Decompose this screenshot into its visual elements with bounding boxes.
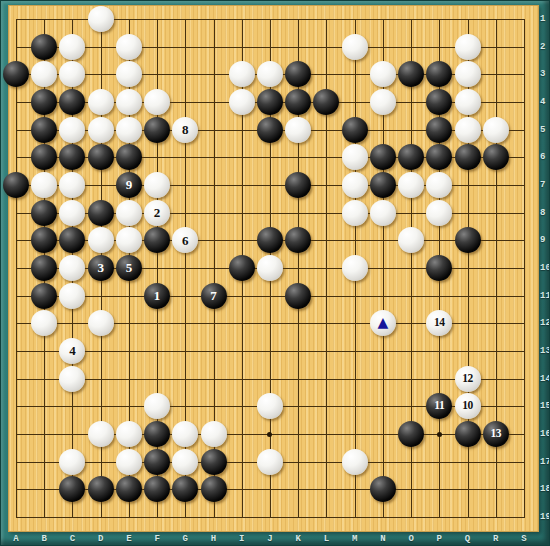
- stone-white-J15[interactable]: [257, 393, 283, 419]
- row-label-18: 18: [540, 484, 550, 494]
- triangle-marker-icon: ▲: [370, 309, 396, 335]
- row-label-9: 9: [540, 235, 545, 245]
- stone-white-E3[interactable]: [116, 61, 142, 87]
- stone-white-F4[interactable]: [144, 89, 170, 115]
- stone-black-K9[interactable]: [285, 227, 311, 253]
- stone-white-K5[interactable]: [285, 117, 311, 143]
- stone-black-B11[interactable]: [31, 283, 57, 309]
- move-number: 4: [59, 338, 85, 364]
- stone-black-F16[interactable]: [144, 421, 170, 447]
- stone-white-J17[interactable]: [257, 449, 283, 475]
- stone-black-G18[interactable]: [172, 476, 198, 502]
- column-label-O: O: [408, 534, 413, 544]
- move-number: 9: [116, 172, 142, 198]
- move-number: 1: [144, 283, 170, 309]
- stone-white-C17[interactable]: [59, 449, 85, 475]
- stone-white-F8[interactable]: 2: [144, 200, 170, 226]
- stone-white-G17[interactable]: [172, 449, 198, 475]
- stone-white-N4[interactable]: [370, 89, 396, 115]
- column-label-H: H: [211, 534, 216, 544]
- stone-white-I3[interactable]: [229, 61, 255, 87]
- stone-black-D18[interactable]: [88, 476, 114, 502]
- stone-black-H17[interactable]: [201, 449, 227, 475]
- stone-black-B10[interactable]: [31, 255, 57, 281]
- stone-white-G9[interactable]: 6: [172, 227, 198, 253]
- row-label-1: 1: [540, 14, 545, 24]
- stone-white-D5[interactable]: [88, 117, 114, 143]
- row-label-8: 8: [540, 208, 545, 218]
- stone-black-K3[interactable]: [285, 61, 311, 87]
- stone-white-Q15[interactable]: 10: [455, 393, 481, 419]
- stone-white-I4[interactable]: [229, 89, 255, 115]
- stone-black-L4[interactable]: [313, 89, 339, 115]
- move-number: 12: [455, 366, 481, 392]
- stone-black-B9[interactable]: [31, 227, 57, 253]
- column-label-G: G: [183, 534, 188, 544]
- stone-white-G5[interactable]: 8: [172, 117, 198, 143]
- row-label-6: 6: [540, 152, 545, 162]
- column-label-I: I: [239, 534, 244, 544]
- stone-white-F15[interactable]: [144, 393, 170, 419]
- row-label-13: 13: [540, 346, 550, 356]
- stone-black-B4[interactable]: [31, 89, 57, 115]
- column-label-A: A: [13, 534, 18, 544]
- stone-black-P10[interactable]: [426, 255, 452, 281]
- stone-black-H18[interactable]: [201, 476, 227, 502]
- stone-white-C14[interactable]: [59, 366, 85, 392]
- stone-black-Q9[interactable]: [455, 227, 481, 253]
- stone-white-B12[interactable]: [31, 310, 57, 336]
- stone-black-R16[interactable]: 13: [483, 421, 509, 447]
- stone-white-O9[interactable]: [398, 227, 424, 253]
- stone-black-B8[interactable]: [31, 200, 57, 226]
- stone-white-C7[interactable]: [59, 172, 85, 198]
- column-label-F: F: [154, 534, 159, 544]
- stone-black-D6[interactable]: [88, 144, 114, 170]
- stone-white-E2[interactable]: [116, 34, 142, 60]
- stone-white-E9[interactable]: [116, 227, 142, 253]
- move-number: 5: [116, 255, 142, 281]
- stone-black-I10[interactable]: [229, 255, 255, 281]
- stone-white-C3[interactable]: [59, 61, 85, 87]
- move-number: 11: [426, 393, 452, 419]
- stone-white-J10[interactable]: [257, 255, 283, 281]
- stone-black-N7[interactable]: [370, 172, 396, 198]
- stone-black-E6[interactable]: [116, 144, 142, 170]
- stone-black-E18[interactable]: [116, 476, 142, 502]
- column-label-C: C: [70, 534, 75, 544]
- row-label-19: 19: [540, 512, 550, 522]
- column-label-D: D: [98, 534, 103, 544]
- row-label-4: 4: [540, 97, 545, 107]
- stone-white-E17[interactable]: [116, 449, 142, 475]
- move-number: 14: [426, 310, 452, 336]
- stone-black-H11[interactable]: 7: [201, 283, 227, 309]
- stone-black-A3[interactable]: [3, 61, 29, 87]
- column-label-J: J: [267, 534, 272, 544]
- move-number: 6: [172, 227, 198, 253]
- stone-white-C2[interactable]: [59, 34, 85, 60]
- stone-black-F18[interactable]: [144, 476, 170, 502]
- column-label-E: E: [126, 534, 131, 544]
- stone-white-D4[interactable]: [88, 89, 114, 115]
- column-label-M: M: [352, 534, 357, 544]
- stone-white-C11[interactable]: [59, 283, 85, 309]
- stone-black-J9[interactable]: [257, 227, 283, 253]
- column-label-N: N: [380, 534, 385, 544]
- stone-black-O3[interactable]: [398, 61, 424, 87]
- stone-white-N3[interactable]: [370, 61, 396, 87]
- stone-black-C4[interactable]: [59, 89, 85, 115]
- stone-white-P12[interactable]: 14: [426, 310, 452, 336]
- stone-black-P4[interactable]: [426, 89, 452, 115]
- stone-white-D16[interactable]: [88, 421, 114, 447]
- stone-black-E7[interactable]: 9: [116, 172, 142, 198]
- move-number: 3: [88, 255, 114, 281]
- stone-black-P3[interactable]: [426, 61, 452, 87]
- stone-white-C8[interactable]: [59, 200, 85, 226]
- stone-white-J3[interactable]: [257, 61, 283, 87]
- row-label-15: 15: [540, 401, 550, 411]
- stone-white-D1[interactable]: [88, 6, 114, 32]
- stone-black-O6[interactable]: [398, 144, 424, 170]
- stone-white-Q3[interactable]: [455, 61, 481, 87]
- stone-white-M6[interactable]: [342, 144, 368, 170]
- stone-black-K11[interactable]: [285, 283, 311, 309]
- stone-white-O7[interactable]: [398, 172, 424, 198]
- stone-black-J4[interactable]: [257, 89, 283, 115]
- stone-white-H16[interactable]: [201, 421, 227, 447]
- stone-black-J5[interactable]: [257, 117, 283, 143]
- row-label-12: 12: [540, 318, 550, 328]
- column-label-S: S: [521, 534, 526, 544]
- stone-white-D9[interactable]: [88, 227, 114, 253]
- stone-white-M2[interactable]: [342, 34, 368, 60]
- stone-black-F11[interactable]: 1: [144, 283, 170, 309]
- stone-white-F7[interactable]: [144, 172, 170, 198]
- column-label-Q: Q: [465, 534, 470, 544]
- row-label-10: 10: [540, 263, 550, 273]
- row-label-16: 16: [540, 429, 550, 439]
- stone-white-M17[interactable]: [342, 449, 368, 475]
- stone-black-P5[interactable]: [426, 117, 452, 143]
- stone-white-C10[interactable]: [59, 255, 85, 281]
- stone-white-E4[interactable]: [116, 89, 142, 115]
- move-number: 8: [172, 117, 198, 143]
- stone-black-F9[interactable]: [144, 227, 170, 253]
- go-board-screenshot: 89263517▲14412111013ABCDEFGHIJKLMNOPQRS1…: [0, 0, 550, 546]
- row-label-11: 11: [540, 291, 550, 301]
- stone-white-R5[interactable]: [483, 117, 509, 143]
- stone-white-Q2[interactable]: [455, 34, 481, 60]
- row-label-5: 5: [540, 125, 545, 135]
- stone-black-B6[interactable]: [31, 144, 57, 170]
- stones-layer: 89263517▲14412111013: [2, 5, 538, 530]
- stone-white-P7[interactable]: [426, 172, 452, 198]
- stone-white-P8[interactable]: [426, 200, 452, 226]
- stone-black-F17[interactable]: [144, 449, 170, 475]
- stone-black-P15[interactable]: 11: [426, 393, 452, 419]
- stone-black-Q6[interactable]: [455, 144, 481, 170]
- row-label-2: 2: [540, 42, 545, 52]
- stone-white-C5[interactable]: [59, 117, 85, 143]
- stone-white-C13[interactable]: 4: [59, 338, 85, 364]
- stone-black-A7[interactable]: [3, 172, 29, 198]
- stone-black-P6[interactable]: [426, 144, 452, 170]
- stone-white-B7[interactable]: [31, 172, 57, 198]
- stone-black-B2[interactable]: [31, 34, 57, 60]
- stone-white-M8[interactable]: [342, 200, 368, 226]
- stone-black-D10[interactable]: 3: [88, 255, 114, 281]
- stone-black-D8[interactable]: [88, 200, 114, 226]
- column-label-R: R: [493, 534, 498, 544]
- move-number: 13: [483, 421, 509, 447]
- stone-black-Q16[interactable]: [455, 421, 481, 447]
- stone-white-G16[interactable]: [172, 421, 198, 447]
- stone-black-B5[interactable]: [31, 117, 57, 143]
- stone-white-B3[interactable]: [31, 61, 57, 87]
- stone-white-D12[interactable]: [88, 310, 114, 336]
- row-label-7: 7: [540, 180, 545, 190]
- stone-black-R6[interactable]: [483, 144, 509, 170]
- column-label-B: B: [42, 534, 47, 544]
- column-label-P: P: [437, 534, 442, 544]
- stone-black-C9[interactable]: [59, 227, 85, 253]
- stone-black-N6[interactable]: [370, 144, 396, 170]
- stone-white-Q5[interactable]: [455, 117, 481, 143]
- stone-black-E10[interactable]: 5: [116, 255, 142, 281]
- stone-black-O16[interactable]: [398, 421, 424, 447]
- stone-black-C6[interactable]: [59, 144, 85, 170]
- stone-white-M10[interactable]: [342, 255, 368, 281]
- stone-white-Q14[interactable]: 12: [455, 366, 481, 392]
- row-label-17: 17: [540, 457, 550, 467]
- stone-black-K7[interactable]: [285, 172, 311, 198]
- column-label-L: L: [324, 534, 329, 544]
- stone-white-E16[interactable]: [116, 421, 142, 447]
- row-label-14: 14: [540, 374, 550, 384]
- move-number: 10: [455, 393, 481, 419]
- stone-white-Q4[interactable]: [455, 89, 481, 115]
- column-label-K: K: [295, 534, 300, 544]
- move-number: 2: [144, 200, 170, 226]
- move-number: 7: [201, 283, 227, 309]
- stone-black-K4[interactable]: [285, 89, 311, 115]
- stone-black-F5[interactable]: [144, 117, 170, 143]
- stone-white-E8[interactable]: [116, 200, 142, 226]
- row-label-3: 3: [540, 69, 545, 79]
- stone-white-M7[interactable]: [342, 172, 368, 198]
- stone-black-C18[interactable]: [59, 476, 85, 502]
- stone-white-E5[interactable]: [116, 117, 142, 143]
- stone-white-N12[interactable]: ▲: [370, 310, 396, 336]
- stone-black-M5[interactable]: [342, 117, 368, 143]
- stone-black-N18[interactable]: [370, 476, 396, 502]
- stone-white-N8[interactable]: [370, 200, 396, 226]
